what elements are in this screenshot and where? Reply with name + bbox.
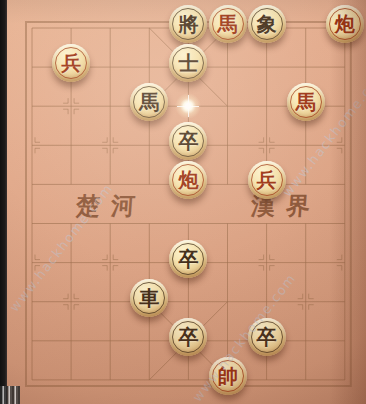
piece-black-chariot[interactable]: 車 <box>130 279 168 317</box>
piece-red-cannon-2[interactable]: 炮 <box>169 161 207 199</box>
board-point[interactable]: 馬 <box>130 87 169 126</box>
piece-black-soldier-3[interactable]: 卒 <box>169 318 207 356</box>
piece-black-general[interactable]: 將 <box>169 5 207 43</box>
piece-glyph: 炮 <box>178 170 198 190</box>
piece-black-soldier-1[interactable]: 卒 <box>169 122 207 160</box>
piece-black-horse[interactable]: 馬 <box>130 83 168 121</box>
xiangqi-board[interactable]: 將馬象炮兵士馬馬卒炮兵卒車卒卒帥 <box>13 9 365 400</box>
board-point[interactable]: 卒 <box>247 321 286 360</box>
board-point[interactable]: 馬 <box>208 9 247 48</box>
piece-glyph: 帥 <box>218 366 238 386</box>
piece-glyph: 兵 <box>61 53 81 73</box>
board-point[interactable]: 卒 <box>169 321 208 360</box>
board-point[interactable]: 炮 <box>169 165 208 204</box>
board-point[interactable]: 將 <box>169 9 208 48</box>
piece-glyph: 炮 <box>335 14 355 34</box>
xiangqi-screenshot: 楚河 漢界 將馬象炮兵士馬馬卒炮兵卒車卒卒帥 www.hackhome.com … <box>0 0 366 404</box>
left-letterbox-bar <box>0 0 7 404</box>
board-point[interactable]: 卒 <box>169 126 208 165</box>
piece-glyph: 卒 <box>178 327 198 347</box>
board-point[interactable]: 炮 <box>325 9 364 48</box>
board-point[interactable]: 士 <box>169 48 208 87</box>
board-point[interactable]: 帥 <box>208 360 247 399</box>
piece-glyph: 馬 <box>218 14 238 34</box>
board-point[interactable]: 馬 <box>286 87 325 126</box>
piece-red-cannon-1[interactable]: 炮 <box>326 5 364 43</box>
piece-red-soldier-2[interactable]: 兵 <box>248 161 286 199</box>
piece-glyph: 象 <box>257 14 277 34</box>
board-point[interactable]: 兵 <box>52 48 91 87</box>
piece-glyph: 車 <box>139 288 159 308</box>
piece-red-soldier-1[interactable]: 兵 <box>52 44 90 82</box>
piece-glyph: 士 <box>178 53 198 73</box>
piece-black-soldier-2[interactable]: 卒 <box>169 240 207 278</box>
piece-black-soldier-4[interactable]: 卒 <box>248 318 286 356</box>
piece-red-general[interactable]: 帥 <box>209 357 247 395</box>
piece-red-horse-1[interactable]: 馬 <box>209 5 247 43</box>
piece-glyph: 卒 <box>257 327 277 347</box>
board-point[interactable]: 車 <box>130 282 169 321</box>
board-point[interactable]: 兵 <box>247 165 286 204</box>
piece-glyph: 馬 <box>139 92 159 112</box>
board-point[interactable]: 象 <box>247 9 286 48</box>
piece-red-horse-2[interactable]: 馬 <box>287 83 325 121</box>
piece-glyph: 將 <box>178 14 198 34</box>
board-point[interactable]: 卒 <box>169 243 208 282</box>
piece-black-elephant[interactable]: 象 <box>248 5 286 43</box>
compression-noise <box>0 386 20 404</box>
piece-black-advisor[interactable]: 士 <box>169 44 207 82</box>
piece-glyph: 兵 <box>257 170 277 190</box>
piece-glyph: 馬 <box>296 92 316 112</box>
piece-glyph: 卒 <box>178 249 198 269</box>
piece-glyph: 卒 <box>178 131 198 151</box>
